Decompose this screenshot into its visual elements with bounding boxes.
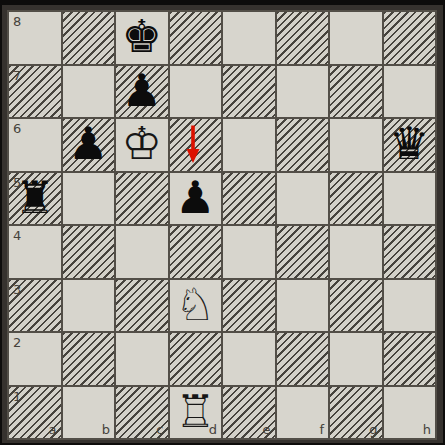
square-e5[interactable] [223,173,275,225]
square-c2[interactable] [116,333,168,385]
rank-label-3: 3 [13,282,21,297]
square-g1[interactable]: g [330,387,382,439]
square-g8[interactable] [330,12,382,64]
square-d2[interactable] [170,333,222,385]
square-h3[interactable] [384,280,436,332]
red-down-arrow-icon [185,124,201,168]
square-h8[interactable] [384,12,436,64]
piece-black-queen[interactable]: ♛ [389,121,429,166]
rank-label-1: 1 [13,389,21,404]
square-b8[interactable] [63,12,115,64]
piece-black-rook[interactable]: ♜ [15,175,55,220]
square-f7[interactable] [277,66,329,118]
square-a8[interactable]: 8 [9,12,61,64]
file-label-c: c [156,422,163,437]
square-f6[interactable] [277,119,329,171]
piece-black-pawn[interactable]: ♟ [122,68,162,113]
square-f5[interactable] [277,173,329,225]
square-e2[interactable] [223,333,275,385]
square-a3[interactable]: 3 [9,280,61,332]
square-d5[interactable]: ♟ [170,173,222,225]
file-label-e: e [263,422,271,437]
square-e7[interactable] [223,66,275,118]
piece-black-pawn[interactable]: ♟ [68,121,108,166]
file-label-g: g [369,422,377,437]
square-f8[interactable] [277,12,329,64]
square-h1[interactable]: h [384,387,436,439]
rank-label-2: 2 [13,335,21,350]
square-h6[interactable]: ♛ [384,119,436,171]
square-g4[interactable] [330,226,382,278]
square-e4[interactable] [223,226,275,278]
rank-label-4: 4 [13,228,21,243]
piece-black-pawn[interactable]: ♟ [175,175,215,220]
file-label-b: b [102,422,110,437]
square-g2[interactable] [330,333,382,385]
square-e3[interactable] [223,280,275,332]
square-f2[interactable] [277,333,329,385]
square-h2[interactable] [384,333,436,385]
square-d4[interactable] [170,226,222,278]
square-c8[interactable]: ♚ [116,12,168,64]
square-d1[interactable]: d♖ [170,387,222,439]
rank-label-8: 8 [13,14,21,29]
square-b1[interactable]: b [63,387,115,439]
square-h4[interactable] [384,226,436,278]
square-e1[interactable]: e [223,387,275,439]
square-e6[interactable] [223,119,275,171]
square-a1[interactable]: 1a [9,387,61,439]
file-label-h: h [423,422,431,437]
piece-white-knight[interactable]: ♘ [175,282,215,327]
square-f3[interactable] [277,280,329,332]
square-g7[interactable] [330,66,382,118]
square-b7[interactable] [63,66,115,118]
square-c1[interactable]: c [116,387,168,439]
square-g6[interactable] [330,119,382,171]
piece-white-king[interactable]: ♔ [122,121,162,166]
square-d6[interactable] [170,119,222,171]
square-e8[interactable] [223,12,275,64]
square-a7[interactable]: 7 [9,66,61,118]
rank-label-7: 7 [13,68,21,83]
square-f4[interactable] [277,226,329,278]
square-b3[interactable] [63,280,115,332]
file-label-a: a [49,422,57,437]
square-b2[interactable] [63,333,115,385]
square-h5[interactable] [384,173,436,225]
square-b4[interactable] [63,226,115,278]
file-label-f: f [319,422,324,437]
square-a6[interactable]: 6 [9,119,61,171]
square-a2[interactable]: 2 [9,333,61,385]
square-g3[interactable] [330,280,382,332]
square-c5[interactable] [116,173,168,225]
square-c4[interactable] [116,226,168,278]
square-c7[interactable]: ♟ [116,66,168,118]
piece-white-rook[interactable]: ♖ [175,389,215,434]
square-b6[interactable]: ♟ [63,119,115,171]
chess-board: 8♚7♟6♟♔♛5♜♟43♘21abcd♖efgh [7,10,437,440]
square-c6[interactable]: ♔ [116,119,168,171]
square-b5[interactable] [63,173,115,225]
square-d3[interactable]: ♘ [170,280,222,332]
square-d7[interactable] [170,66,222,118]
square-g5[interactable] [330,173,382,225]
square-f1[interactable]: f [277,387,329,439]
square-d8[interactable] [170,12,222,64]
square-c3[interactable] [116,280,168,332]
square-a5[interactable]: 5♜ [9,173,61,225]
square-h7[interactable] [384,66,436,118]
piece-black-king[interactable]: ♚ [122,14,162,59]
square-a4[interactable]: 4 [9,226,61,278]
rank-label-6: 6 [13,121,21,136]
